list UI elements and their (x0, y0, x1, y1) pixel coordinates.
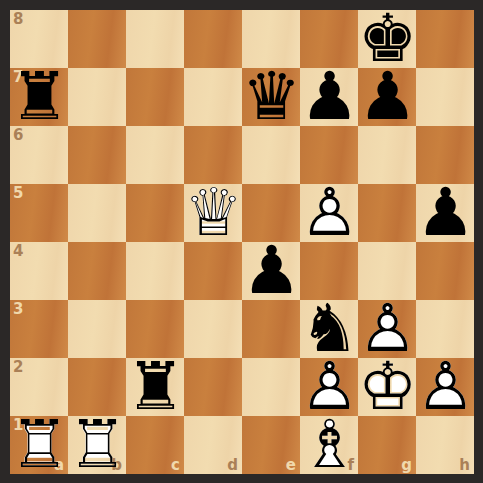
square-e6[interactable] (242, 126, 300, 184)
square-d6[interactable] (184, 126, 242, 184)
piece-white-pawn[interactable]: ♟♙ (300, 358, 358, 416)
square-g1[interactable]: g (358, 416, 416, 474)
square-h5[interactable]: ♟ (416, 184, 474, 242)
piece-black-knight[interactable]: ♞ (300, 300, 358, 358)
piece-black-king[interactable]: ♚ (358, 10, 416, 68)
square-c2[interactable]: ♜ (126, 358, 184, 416)
square-c5[interactable] (126, 184, 184, 242)
square-b6[interactable] (68, 126, 126, 184)
square-a7[interactable]: 7♜ (10, 68, 68, 126)
piece-black-pawn[interactable]: ♟ (358, 68, 416, 126)
square-c8[interactable] (126, 10, 184, 68)
black-knight-glyph: ♞ (300, 300, 358, 358)
square-b3[interactable] (68, 300, 126, 358)
square-h6[interactable] (416, 126, 474, 184)
piece-black-pawn[interactable]: ♟ (416, 184, 474, 242)
square-g2[interactable]: ♚♔ (358, 358, 416, 416)
white-rook-glyph: ♜ (68, 416, 126, 474)
white-pawn-glyph: ♟ (300, 358, 358, 416)
square-d4[interactable] (184, 242, 242, 300)
piece-black-rook[interactable]: ♜ (126, 358, 184, 416)
square-d7[interactable] (184, 68, 242, 126)
white-queen-glyph: ♛ (184, 184, 242, 242)
square-f7[interactable]: ♟ (300, 68, 358, 126)
black-king-glyph: ♚ (358, 10, 416, 68)
square-f5[interactable]: ♟♙ (300, 184, 358, 242)
square-h4[interactable] (416, 242, 474, 300)
white-pawn-glyph: ♟ (358, 300, 416, 358)
square-c4[interactable] (126, 242, 184, 300)
black-pawn-glyph: ♟ (242, 242, 300, 300)
square-f8[interactable] (300, 10, 358, 68)
white-rook-glyph: ♜ (10, 416, 68, 474)
rank-label-6: 6 (13, 128, 23, 143)
square-a1[interactable]: 1a♜♖ (10, 416, 68, 474)
rank-label-8: 8 (13, 12, 23, 27)
rank-label-2: 2 (13, 360, 23, 375)
square-d5[interactable]: ♛♕ (184, 184, 242, 242)
file-label-d: d (227, 458, 238, 473)
square-b2[interactable] (68, 358, 126, 416)
square-h1[interactable]: h (416, 416, 474, 474)
white-pawn-glyph: ♟ (416, 358, 474, 416)
square-b5[interactable] (68, 184, 126, 242)
square-a4[interactable]: 4 (10, 242, 68, 300)
square-e4[interactable]: ♟ (242, 242, 300, 300)
rank-label-3: 3 (13, 302, 23, 317)
square-g4[interactable] (358, 242, 416, 300)
square-b8[interactable] (68, 10, 126, 68)
white-king-glyph: ♚ (358, 358, 416, 416)
white-pawn-glyph: ♟ (300, 184, 358, 242)
square-f3[interactable]: ♞ (300, 300, 358, 358)
piece-white-pawn[interactable]: ♟♙ (358, 300, 416, 358)
piece-white-rook[interactable]: ♜♖ (10, 416, 68, 474)
square-h3[interactable] (416, 300, 474, 358)
square-d8[interactable] (184, 10, 242, 68)
white-rook-outline-glyph: ♖ (68, 416, 126, 474)
white-king-outline-glyph: ♔ (358, 358, 416, 416)
file-label-g: g (401, 458, 412, 473)
piece-black-pawn[interactable]: ♟ (300, 68, 358, 126)
square-e7[interactable]: ♛ (242, 68, 300, 126)
square-g7[interactable]: ♟ (358, 68, 416, 126)
square-e8[interactable] (242, 10, 300, 68)
square-c1[interactable]: c (126, 416, 184, 474)
piece-black-pawn[interactable]: ♟ (242, 242, 300, 300)
square-a8[interactable]: 8 (10, 10, 68, 68)
piece-white-queen[interactable]: ♛♕ (184, 184, 242, 242)
white-pawn-outline-glyph: ♙ (300, 184, 358, 242)
piece-white-pawn[interactable]: ♟♙ (416, 358, 474, 416)
square-d1[interactable]: d (184, 416, 242, 474)
square-c3[interactable] (126, 300, 184, 358)
rank-label-5: 5 (13, 186, 23, 201)
black-rook-glyph: ♜ (10, 68, 68, 126)
white-bishop-outline-glyph: ♗ (300, 416, 358, 474)
square-b4[interactable] (68, 242, 126, 300)
square-e2[interactable] (242, 358, 300, 416)
square-a3[interactable]: 3 (10, 300, 68, 358)
black-pawn-glyph: ♟ (300, 68, 358, 126)
file-label-c: c (171, 458, 180, 473)
square-c7[interactable] (126, 68, 184, 126)
black-pawn-glyph: ♟ (358, 68, 416, 126)
white-queen-outline-glyph: ♕ (184, 184, 242, 242)
piece-black-rook[interactable]: ♜ (10, 68, 68, 126)
square-e1[interactable]: e (242, 416, 300, 474)
black-queen-glyph: ♛ (242, 68, 300, 126)
white-pawn-outline-glyph: ♙ (416, 358, 474, 416)
square-d2[interactable] (184, 358, 242, 416)
white-rook-outline-glyph: ♖ (10, 416, 68, 474)
piece-white-bishop[interactable]: ♝♗ (300, 416, 358, 474)
square-a2[interactable]: 2 (10, 358, 68, 416)
square-b1[interactable]: b♜♖ (68, 416, 126, 474)
square-e3[interactable] (242, 300, 300, 358)
piece-white-rook[interactable]: ♜♖ (68, 416, 126, 474)
square-g5[interactable] (358, 184, 416, 242)
square-g3[interactable]: ♟♙ (358, 300, 416, 358)
square-h2[interactable]: ♟♙ (416, 358, 474, 416)
square-g8[interactable]: ♚ (358, 10, 416, 68)
black-pawn-glyph: ♟ (416, 184, 474, 242)
board-frame: 8♚7♜♛♟♟65♛♕♟♙♟4♟3♞♟♙2♜♟♙♚♔♟♙1a♜♖b♜♖cdef♝… (0, 0, 483, 483)
square-a6[interactable]: 6 (10, 126, 68, 184)
piece-white-king[interactable]: ♚♔ (358, 358, 416, 416)
square-g6[interactable] (358, 126, 416, 184)
white-bishop-glyph: ♝ (300, 416, 358, 474)
white-pawn-outline-glyph: ♙ (358, 300, 416, 358)
piece-white-pawn[interactable]: ♟♙ (300, 184, 358, 242)
square-h8[interactable] (416, 10, 474, 68)
square-h7[interactable] (416, 68, 474, 126)
black-rook-glyph: ♜ (126, 358, 184, 416)
square-f6[interactable] (300, 126, 358, 184)
square-c6[interactable] (126, 126, 184, 184)
white-pawn-outline-glyph: ♙ (300, 358, 358, 416)
square-d3[interactable] (184, 300, 242, 358)
chess-board: 8♚7♜♛♟♟65♛♕♟♙♟4♟3♞♟♙2♜♟♙♚♔♟♙1a♜♖b♜♖cdef♝… (10, 10, 474, 474)
square-f4[interactable] (300, 242, 358, 300)
square-f2[interactable]: ♟♙ (300, 358, 358, 416)
square-a5[interactable]: 5 (10, 184, 68, 242)
piece-black-queen[interactable]: ♛ (242, 68, 300, 126)
square-e5[interactable] (242, 184, 300, 242)
file-label-h: h (459, 458, 470, 473)
file-label-e: e (286, 458, 296, 473)
square-f1[interactable]: f♝♗ (300, 416, 358, 474)
rank-label-4: 4 (13, 244, 23, 259)
square-b7[interactable] (68, 68, 126, 126)
